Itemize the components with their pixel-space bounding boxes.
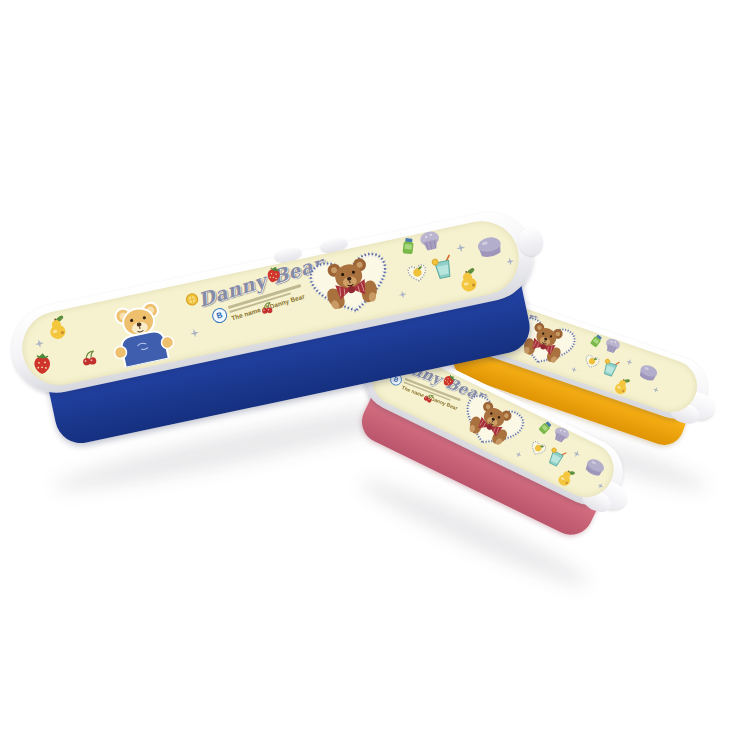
sparkle-icon <box>652 386 660 394</box>
lemon-heart-icon <box>582 352 602 372</box>
brand-roundel: B <box>210 306 229 325</box>
pear-icon <box>453 264 484 295</box>
lemon-heart-icon <box>405 261 431 285</box>
strawberry-icon <box>29 351 56 378</box>
teddy-bear-heart-icon <box>295 242 406 325</box>
jar-icon <box>400 237 417 256</box>
sparkle-icon <box>596 482 604 490</box>
muffin-icon <box>601 335 623 356</box>
sparkle-icon <box>189 328 200 339</box>
sparkle-icon <box>455 243 466 254</box>
lid-end-tab <box>516 226 545 258</box>
sparkle-icon <box>572 449 581 458</box>
product-photo-scene: Danny Bear B The name of Danny Bear <box>0 0 750 750</box>
cherries-icon <box>79 347 100 368</box>
cherries-icon <box>259 300 276 317</box>
sparkle-icon <box>34 338 45 349</box>
strawberry-icon <box>262 263 286 287</box>
hat-icon <box>635 361 662 385</box>
sparkle-icon <box>398 290 407 299</box>
teddy-bear-tan-icon <box>99 291 191 370</box>
muffin-icon <box>416 227 444 254</box>
sparkle-icon <box>505 257 514 266</box>
pear-icon <box>41 312 72 343</box>
sparkle-icon <box>625 358 634 367</box>
lemon-heart-icon <box>527 438 549 460</box>
hat-icon <box>580 454 609 481</box>
drink-icon <box>430 254 457 282</box>
hat-icon <box>473 233 507 263</box>
